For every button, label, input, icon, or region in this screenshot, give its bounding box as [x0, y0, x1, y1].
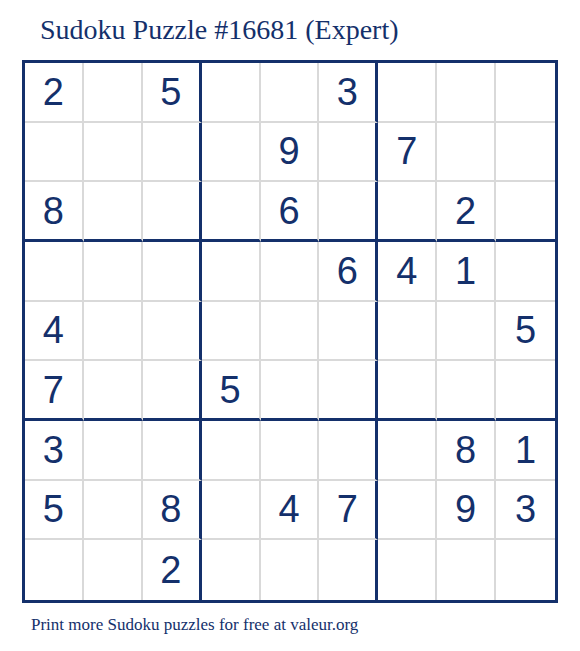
- cell-r9c7: [378, 540, 437, 600]
- cell-r9c1: [25, 540, 84, 600]
- page-title: Sudoku Puzzle #16681 (Expert): [40, 14, 399, 46]
- cell-r9c5: [261, 540, 320, 600]
- cell-r8c3: 8: [143, 481, 202, 541]
- cell-r1c6: 3: [319, 63, 378, 123]
- cell-r8c1: 5: [25, 481, 84, 541]
- cell-r2c1: [25, 123, 84, 183]
- cell-r6c1: 7: [25, 361, 84, 421]
- cell-r4c2: [84, 242, 143, 302]
- cell-r6c3: [143, 361, 202, 421]
- cell-r4c1: [25, 242, 84, 302]
- cell-r9c3: 2: [143, 540, 202, 600]
- cell-r3c2: [84, 182, 143, 242]
- cell-r4c8: 1: [437, 242, 496, 302]
- cell-r4c4: [202, 242, 261, 302]
- cell-r8c6: 7: [319, 481, 378, 541]
- cell-r2c6: [319, 123, 378, 183]
- cell-r1c7: [378, 63, 437, 123]
- cell-r5c1: 4: [25, 302, 84, 362]
- cell-r1c5: [261, 63, 320, 123]
- cell-r9c4: [202, 540, 261, 600]
- cell-r6c2: [84, 361, 143, 421]
- cell-r7c1: 3: [25, 421, 84, 481]
- cell-r8c5: 4: [261, 481, 320, 541]
- cell-r2c2: [84, 123, 143, 183]
- cell-r5c6: [319, 302, 378, 362]
- cell-r3c3: [143, 182, 202, 242]
- cell-r7c3: [143, 421, 202, 481]
- cell-r7c2: [84, 421, 143, 481]
- cell-r7c9: 1: [496, 421, 555, 481]
- cell-r6c9: [496, 361, 555, 421]
- cell-r3c9: [496, 182, 555, 242]
- cell-r4c7: 4: [378, 242, 437, 302]
- cell-r5c8: [437, 302, 496, 362]
- cell-r5c5: [261, 302, 320, 362]
- cell-r6c4: 5: [202, 361, 261, 421]
- cell-r1c8: [437, 63, 496, 123]
- cell-r2c4: [202, 123, 261, 183]
- cell-r4c9: [496, 242, 555, 302]
- cell-r5c2: [84, 302, 143, 362]
- cell-r7c5: [261, 421, 320, 481]
- cell-r5c3: [143, 302, 202, 362]
- cell-r3c6: [319, 182, 378, 242]
- cell-r9c9: [496, 540, 555, 600]
- cell-r1c9: [496, 63, 555, 123]
- cell-r2c8: [437, 123, 496, 183]
- footer-text: Print more Sudoku puzzles for free at va…: [31, 615, 358, 635]
- cell-r7c7: [378, 421, 437, 481]
- cell-r7c4: [202, 421, 261, 481]
- cell-r7c6: [319, 421, 378, 481]
- cell-r5c4: [202, 302, 261, 362]
- sudoku-page: Sudoku Puzzle #16681 (Expert) 2539786264…: [0, 0, 580, 651]
- cell-r1c2: [84, 63, 143, 123]
- cell-r1c1: 2: [25, 63, 84, 123]
- cell-r7c8: 8: [437, 421, 496, 481]
- cell-r1c3: 5: [143, 63, 202, 123]
- cell-r6c8: [437, 361, 496, 421]
- cell-r3c5: 6: [261, 182, 320, 242]
- cell-r8c2: [84, 481, 143, 541]
- cell-r6c7: [378, 361, 437, 421]
- cell-r6c6: [319, 361, 378, 421]
- cell-r1c4: [202, 63, 261, 123]
- sudoku-board: 2539786264145753815847932: [22, 60, 558, 603]
- cell-r8c8: 9: [437, 481, 496, 541]
- cell-r2c5: 9: [261, 123, 320, 183]
- cell-r2c9: [496, 123, 555, 183]
- cell-r5c7: [378, 302, 437, 362]
- cell-r4c3: [143, 242, 202, 302]
- cell-r8c4: [202, 481, 261, 541]
- cell-r9c6: [319, 540, 378, 600]
- cell-r2c7: 7: [378, 123, 437, 183]
- cell-r3c7: [378, 182, 437, 242]
- cell-r6c5: [261, 361, 320, 421]
- cell-r8c9: 3: [496, 481, 555, 541]
- cell-r9c2: [84, 540, 143, 600]
- cell-r4c6: 6: [319, 242, 378, 302]
- cell-r2c3: [143, 123, 202, 183]
- cell-r8c7: [378, 481, 437, 541]
- cell-r3c8: 2: [437, 182, 496, 242]
- cell-r3c1: 8: [25, 182, 84, 242]
- cell-r3c4: [202, 182, 261, 242]
- cell-r5c9: 5: [496, 302, 555, 362]
- cell-r4c5: [261, 242, 320, 302]
- cell-r9c8: [437, 540, 496, 600]
